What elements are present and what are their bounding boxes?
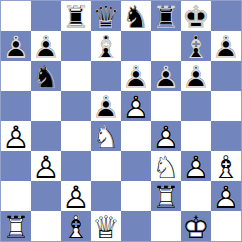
square-a4[interactable]: ♟♙: [1, 121, 31, 151]
piece-white-pawn[interactable]: ♟♙: [61, 181, 91, 211]
white-rook-outline-glyph: ♖: [151, 182, 181, 212]
piece-black-pawn[interactable]: ♟♙: [31, 31, 61, 61]
square-h5[interactable]: [211, 91, 241, 121]
white-rook-outline-glyph: ♖: [1, 212, 31, 242]
square-e4[interactable]: [121, 121, 151, 151]
piece-white-pawn[interactable]: ♟♙: [151, 121, 181, 151]
white-pawn-outline-glyph: ♙: [211, 182, 241, 212]
square-h6[interactable]: [211, 61, 241, 91]
square-h4[interactable]: [211, 121, 241, 151]
square-e8[interactable]: ♞♘: [121, 1, 151, 31]
square-f6[interactable]: ♟♙: [151, 61, 181, 91]
black-pawn-glyph: ♟: [121, 62, 151, 92]
square-a5[interactable]: [1, 91, 31, 121]
black-pawn-glyph: ♟: [211, 32, 241, 62]
piece-white-knight[interactable]: ♞♘: [151, 151, 181, 181]
black-pawn-outline-glyph: ♙: [31, 32, 61, 62]
white-king-outline-glyph: ♔: [181, 212, 211, 242]
square-e2[interactable]: [121, 181, 151, 211]
square-c2[interactable]: ♟♙: [61, 181, 91, 211]
white-pawn-outline-glyph: ♙: [121, 92, 151, 122]
piece-black-pawn[interactable]: ♟♙: [151, 61, 181, 91]
square-h2[interactable]: ♟♙: [211, 181, 241, 211]
square-d4[interactable]: ♞♘: [91, 121, 121, 151]
piece-black-rook[interactable]: ♜♖: [61, 1, 91, 31]
piece-white-bishop[interactable]: ♝♗: [61, 211, 91, 241]
square-b2[interactable]: [31, 181, 61, 211]
square-a2[interactable]: [1, 181, 31, 211]
white-rook-glyph: ♜: [1, 212, 31, 242]
piece-white-pawn[interactable]: ♟♙: [121, 91, 151, 121]
black-queen-glyph: ♛: [91, 2, 121, 32]
square-b4[interactable]: [31, 121, 61, 151]
white-pawn-glyph: ♟: [31, 152, 61, 182]
square-b7[interactable]: ♟♙: [31, 31, 61, 61]
piece-white-queen[interactable]: ♛♕: [91, 211, 121, 241]
white-knight-outline-glyph: ♘: [91, 122, 121, 152]
black-bishop-glyph: ♝: [181, 32, 211, 62]
black-rook-glyph: ♜: [61, 2, 91, 32]
square-d6[interactable]: [91, 61, 121, 91]
piece-black-pawn[interactable]: ♟♙: [211, 31, 241, 61]
piece-black-pawn[interactable]: ♟♙: [1, 31, 31, 61]
square-d5[interactable]: ♟♙: [91, 91, 121, 121]
black-pawn-outline-glyph: ♙: [121, 62, 151, 92]
white-pawn-outline-glyph: ♙: [31, 152, 61, 182]
white-pawn-outline-glyph: ♙: [61, 182, 91, 212]
white-pawn-outline-glyph: ♙: [181, 152, 211, 182]
black-king-glyph: ♚: [181, 2, 211, 32]
black-pawn-glyph: ♟: [1, 32, 31, 62]
piece-black-rook[interactable]: ♜♖: [151, 1, 181, 31]
black-king-outline-glyph: ♔: [181, 2, 211, 32]
square-b1[interactable]: [31, 211, 61, 241]
white-bishop-glyph: ♝: [211, 152, 241, 182]
white-pawn-glyph: ♟: [211, 182, 241, 212]
white-pawn-outline-glyph: ♙: [1, 122, 31, 152]
square-f3[interactable]: ♞♘: [151, 151, 181, 181]
square-f5[interactable]: [151, 91, 181, 121]
chess-board: ♜♖♛♕♞♘♜♖♚♔♟♙♟♙♝♗♝♗♟♙♞♘♟♙♟♙♟♙♟♙♟♙♟♙♞♘♟♙♟♙…: [0, 0, 242, 242]
square-b3[interactable]: ♟♙: [31, 151, 61, 181]
square-d2[interactable]: [91, 181, 121, 211]
square-g7[interactable]: ♝♗: [181, 31, 211, 61]
black-pawn-outline-glyph: ♙: [151, 62, 181, 92]
square-c4[interactable]: [61, 121, 91, 151]
square-d1[interactable]: ♛♕: [91, 211, 121, 241]
white-knight-glyph: ♞: [151, 152, 181, 182]
black-pawn-outline-glyph: ♙: [181, 62, 211, 92]
black-bishop-glyph: ♝: [91, 32, 121, 62]
square-g2[interactable]: [181, 181, 211, 211]
square-b5[interactable]: [31, 91, 61, 121]
square-c8[interactable]: ♜♖: [61, 1, 91, 31]
square-e6[interactable]: ♟♙: [121, 61, 151, 91]
square-b8[interactable]: [31, 1, 61, 31]
square-e7[interactable]: [121, 31, 151, 61]
square-a1[interactable]: ♜♖: [1, 211, 31, 241]
black-knight-glyph: ♞: [31, 62, 61, 92]
piece-black-pawn[interactable]: ♟♙: [91, 91, 121, 121]
piece-black-king[interactable]: ♚♔: [181, 1, 211, 31]
black-knight-outline-glyph: ♘: [121, 2, 151, 32]
piece-white-rook[interactable]: ♜♖: [151, 181, 181, 211]
square-b6[interactable]: ♞♘: [31, 61, 61, 91]
square-g5[interactable]: [181, 91, 211, 121]
piece-white-pawn[interactable]: ♟♙: [211, 181, 241, 211]
square-f1[interactable]: [151, 211, 181, 241]
square-e3[interactable]: [121, 151, 151, 181]
white-pawn-glyph: ♟: [151, 122, 181, 152]
black-pawn-outline-glyph: ♙: [211, 32, 241, 62]
piece-black-pawn[interactable]: ♟♙: [181, 61, 211, 91]
square-c6[interactable]: [61, 61, 91, 91]
white-pawn-outline-glyph: ♙: [151, 122, 181, 152]
square-h8[interactable]: [211, 1, 241, 31]
square-f2[interactable]: ♜♖: [151, 181, 181, 211]
piece-black-queen[interactable]: ♛♕: [91, 1, 121, 31]
white-pawn-glyph: ♟: [181, 152, 211, 182]
square-a8[interactable]: [1, 1, 31, 31]
piece-black-bishop[interactable]: ♝♗: [181, 31, 211, 61]
piece-white-pawn[interactable]: ♟♙: [181, 151, 211, 181]
square-f8[interactable]: ♜♖: [151, 1, 181, 31]
square-g8[interactable]: ♚♔: [181, 1, 211, 31]
piece-white-knight[interactable]: ♞♘: [91, 121, 121, 151]
square-a6[interactable]: [1, 61, 31, 91]
white-bishop-outline-glyph: ♗: [211, 152, 241, 182]
square-c7[interactable]: [61, 31, 91, 61]
square-a3[interactable]: [1, 151, 31, 181]
square-g6[interactable]: ♟♙: [181, 61, 211, 91]
square-g1[interactable]: ♚♔: [181, 211, 211, 241]
square-c1[interactable]: ♝♗: [61, 211, 91, 241]
square-h3[interactable]: ♝♗: [211, 151, 241, 181]
black-pawn-glyph: ♟: [181, 62, 211, 92]
square-e5[interactable]: ♟♙: [121, 91, 151, 121]
square-e1[interactable]: [121, 211, 151, 241]
piece-white-pawn[interactable]: ♟♙: [1, 121, 31, 151]
piece-black-knight[interactable]: ♞♘: [31, 61, 61, 91]
black-knight-glyph: ♞: [121, 2, 151, 32]
black-bishop-outline-glyph: ♗: [181, 32, 211, 62]
white-pawn-glyph: ♟: [121, 92, 151, 122]
piece-black-bishop[interactable]: ♝♗: [91, 31, 121, 61]
square-g4[interactable]: [181, 121, 211, 151]
square-h7[interactable]: ♟♙: [211, 31, 241, 61]
white-king-glyph: ♚: [181, 212, 211, 242]
piece-white-bishop[interactable]: ♝♗: [211, 151, 241, 181]
black-pawn-glyph: ♟: [31, 32, 61, 62]
black-pawn-outline-glyph: ♙: [91, 92, 121, 122]
white-queen-outline-glyph: ♕: [91, 212, 121, 242]
square-h1[interactable]: [211, 211, 241, 241]
white-bishop-glyph: ♝: [61, 212, 91, 242]
black-bishop-outline-glyph: ♗: [91, 32, 121, 62]
square-f4[interactable]: ♟♙: [151, 121, 181, 151]
white-knight-glyph: ♞: [91, 122, 121, 152]
piece-black-pawn[interactable]: ♟♙: [121, 61, 151, 91]
white-rook-glyph: ♜: [151, 182, 181, 212]
black-rook-outline-glyph: ♖: [61, 2, 91, 32]
square-d7[interactable]: ♝♗: [91, 31, 121, 61]
white-pawn-glyph: ♟: [61, 182, 91, 212]
white-queen-glyph: ♛: [91, 212, 121, 242]
piece-white-king[interactable]: ♚♔: [181, 211, 211, 241]
black-rook-glyph: ♜: [151, 2, 181, 32]
piece-white-rook[interactable]: ♜♖: [1, 211, 31, 241]
black-rook-outline-glyph: ♖: [151, 2, 181, 32]
black-pawn-glyph: ♟: [91, 92, 121, 122]
square-a7[interactable]: ♟♙: [1, 31, 31, 61]
square-g3[interactable]: ♟♙: [181, 151, 211, 181]
white-bishop-outline-glyph: ♗: [61, 212, 91, 242]
black-knight-outline-glyph: ♘: [31, 62, 61, 92]
black-queen-outline-glyph: ♕: [91, 2, 121, 32]
square-d3[interactable]: [91, 151, 121, 181]
square-f7[interactable]: [151, 31, 181, 61]
square-c5[interactable]: [61, 91, 91, 121]
square-d8[interactable]: ♛♕: [91, 1, 121, 31]
chess-board-wrapper: ♜♖♛♕♞♘♜♖♚♔♟♙♟♙♝♗♝♗♟♙♞♘♟♙♟♙♟♙♟♙♟♙♟♙♞♘♟♙♟♙…: [0, 0, 242, 242]
piece-white-pawn[interactable]: ♟♙: [31, 151, 61, 181]
black-pawn-glyph: ♟: [151, 62, 181, 92]
black-pawn-outline-glyph: ♙: [1, 32, 31, 62]
square-c3[interactable]: [61, 151, 91, 181]
white-knight-outline-glyph: ♘: [151, 152, 181, 182]
piece-black-knight[interactable]: ♞♘: [121, 1, 151, 31]
white-pawn-glyph: ♟: [1, 122, 31, 152]
